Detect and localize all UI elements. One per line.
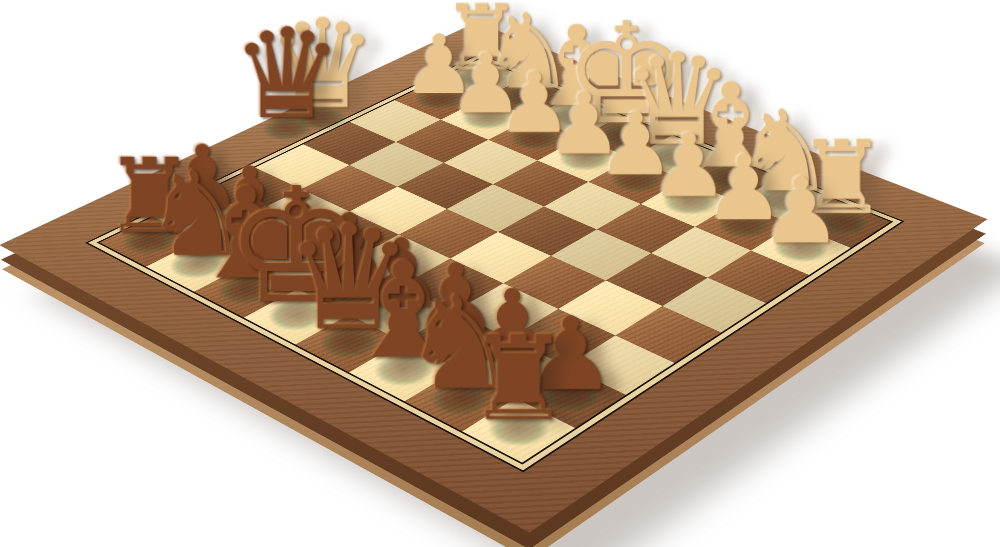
black-rook-icon: ♜ [466,324,571,435]
scene: ♜♞♟♛♝♟♛♚♟♛♟♝♟♞♟♟♜♟♟♜♟♟♞♟♝♟♚♟♛♟♝♟♞♜ [0,0,1000,547]
white-pawn-icon: ♟ [760,167,842,254]
black-queen-icon: ♛ [232,16,343,134]
chess-board-3d: ♜♞♟♛♝♟♛♚♟♛♟♝♟♞♟♟♜♟♟♜♟♟♞♟♝♟♚♟♛♟♝♟♞♜ [0,22,988,533]
